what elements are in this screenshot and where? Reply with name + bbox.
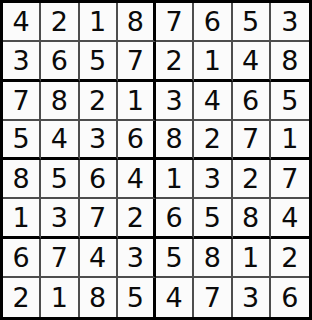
sudoku-cell-r6c7: 8 — [233, 199, 271, 238]
sudoku-cell-r6c4: 2 — [118, 199, 156, 238]
sudoku-cell-r1c8: 3 — [271, 3, 309, 42]
sudoku-cell-r3c1: 7 — [3, 82, 41, 121]
sudoku-cell-r2c1: 3 — [3, 42, 41, 81]
sudoku-cell-r6c5: 6 — [156, 199, 194, 238]
sudoku-cell-r7c7: 1 — [233, 239, 271, 278]
sudoku-cell-r2c3: 5 — [80, 42, 118, 81]
sudoku-cell-r6c8: 4 — [271, 199, 309, 238]
sudoku-cell-r4c6: 2 — [194, 121, 232, 160]
sudoku-cell-r4c8: 1 — [271, 121, 309, 160]
sudoku-cell-r5c1: 8 — [3, 160, 41, 199]
sudoku-cell-r3c6: 4 — [194, 82, 232, 121]
sudoku-cell-r2c4: 7 — [118, 42, 156, 81]
sudoku-cell-r3c8: 5 — [271, 82, 309, 121]
sudoku-cell-r8c6: 7 — [194, 278, 232, 317]
sudoku-cell-r4c4: 6 — [118, 121, 156, 160]
sudoku-cell-r4c1: 5 — [3, 121, 41, 160]
sudoku-cell-r7c1: 6 — [3, 239, 41, 278]
sudoku-cell-r1c2: 2 — [41, 3, 79, 42]
sudoku-cell-r7c5: 5 — [156, 239, 194, 278]
sudoku-cell-r1c6: 6 — [194, 3, 232, 42]
sudoku-cell-r8c2: 1 — [41, 278, 79, 317]
sudoku-cell-r5c8: 7 — [271, 160, 309, 199]
sudoku-cell-r3c3: 2 — [80, 82, 118, 121]
sudoku-cell-r8c1: 2 — [3, 278, 41, 317]
sudoku-cell-r2c5: 2 — [156, 42, 194, 81]
sudoku-cell-r1c3: 1 — [80, 3, 118, 42]
sudoku-cell-r7c3: 4 — [80, 239, 118, 278]
sudoku-cell-r7c8: 2 — [271, 239, 309, 278]
sudoku-cell-r6c6: 5 — [194, 199, 232, 238]
sudoku-cell-r2c7: 4 — [233, 42, 271, 81]
sudoku-cell-r6c1: 1 — [3, 199, 41, 238]
sudoku-cell-r3c4: 1 — [118, 82, 156, 121]
sudoku-board: 4218765336572148782134655436827185641327… — [0, 0, 312, 320]
sudoku-cell-r5c7: 2 — [233, 160, 271, 199]
sudoku-cell-r7c2: 7 — [41, 239, 79, 278]
sudoku-cell-r1c7: 5 — [233, 3, 271, 42]
sudoku-cell-r5c2: 5 — [41, 160, 79, 199]
sudoku-cell-r8c5: 4 — [156, 278, 194, 317]
sudoku-cell-r1c1: 4 — [3, 3, 41, 42]
sudoku-cell-r1c5: 7 — [156, 3, 194, 42]
sudoku-cell-r8c3: 8 — [80, 278, 118, 317]
sudoku-cell-r3c7: 6 — [233, 82, 271, 121]
sudoku-cell-r5c6: 3 — [194, 160, 232, 199]
sudoku-cell-r7c4: 3 — [118, 239, 156, 278]
sudoku-cell-r8c4: 5 — [118, 278, 156, 317]
sudoku-cell-r2c6: 1 — [194, 42, 232, 81]
sudoku-cell-r8c8: 6 — [271, 278, 309, 317]
sudoku-cell-r5c4: 4 — [118, 160, 156, 199]
sudoku-cell-r4c7: 7 — [233, 121, 271, 160]
sudoku-cell-r8c7: 3 — [233, 278, 271, 317]
sudoku-cell-r6c2: 3 — [41, 199, 79, 238]
sudoku-cell-r4c5: 8 — [156, 121, 194, 160]
sudoku-cell-r1c4: 8 — [118, 3, 156, 42]
sudoku-cell-r4c2: 4 — [41, 121, 79, 160]
sudoku-cell-r3c2: 8 — [41, 82, 79, 121]
sudoku-cell-r5c5: 1 — [156, 160, 194, 199]
sudoku-cell-r2c2: 6 — [41, 42, 79, 81]
sudoku-cell-r5c3: 6 — [80, 160, 118, 199]
sudoku-cell-r3c5: 3 — [156, 82, 194, 121]
sudoku-cell-r7c6: 8 — [194, 239, 232, 278]
sudoku-cell-r6c3: 7 — [80, 199, 118, 238]
sudoku-cell-r4c3: 3 — [80, 121, 118, 160]
sudoku-cell-r2c8: 8 — [271, 42, 309, 81]
